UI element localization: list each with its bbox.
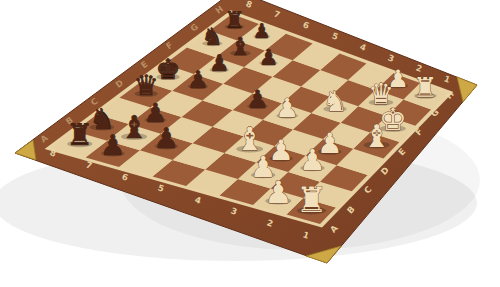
- chess-board: 12345678ABCDEFGH12345678ABCDEFGH♜♟♞♝♟♟♚♟…: [0, 0, 500, 287]
- piece-black-king-e8: ♚: [156, 53, 181, 86]
- piece-black-pawn-h7: ♟: [253, 19, 271, 43]
- piece-black-pawn-f7: ♟: [209, 50, 230, 76]
- piece-white-pawn-e4: ♟: [276, 93, 299, 123]
- piece-white-rook-h1: ♜: [413, 72, 437, 103]
- piece-black-bishop-g7: ♝: [229, 32, 251, 61]
- piece-white-pawn-a2: ♟: [264, 174, 292, 210]
- piece-white-bishop-e1: ♝: [363, 118, 391, 154]
- piece-white-rook-a1: ♜: [296, 180, 327, 220]
- piece-black-rook-a8: ♜: [66, 117, 93, 152]
- piece-black-knight-g8: ♞: [202, 23, 224, 51]
- product-photo-stage: 12345678ABCDEFGH12345678ABCDEFGH♜♟♞♝♟♟♚♟…: [0, 0, 500, 287]
- piece-white-pawn-c2: ♟: [300, 143, 326, 177]
- piece-black-pawn-e5: ♟: [246, 85, 268, 114]
- piece-black-pawn-g6: ♟: [259, 45, 279, 70]
- piece-black-pawn-a7: ♟: [100, 129, 125, 162]
- piece-black-pawn-e7: ♟: [187, 66, 209, 94]
- piece-white-knight-f3: ♞: [322, 85, 347, 118]
- piece-black-rook-h8: ♜: [224, 7, 245, 33]
- piece-black-pawn-b6: ♟: [154, 122, 179, 155]
